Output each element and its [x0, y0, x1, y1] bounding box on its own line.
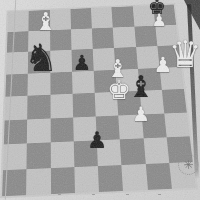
film-grain-overlay [0, 0, 200, 200]
chessboard-photo: ✳ ♚♟♝♞♟♝♟♛♚♝♟♟ [0, 0, 200, 200]
